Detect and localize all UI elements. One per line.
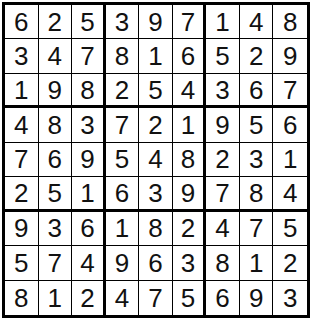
cell-r9c1[interactable]: 8 bbox=[5, 281, 39, 315]
cell-r9c6[interactable]: 5 bbox=[173, 281, 207, 315]
cell-r3c5[interactable]: 5 bbox=[139, 74, 173, 108]
cell-r3c1[interactable]: 1 bbox=[5, 74, 39, 108]
cell-r5c2[interactable]: 6 bbox=[39, 143, 73, 177]
cell-r3c6[interactable]: 4 bbox=[173, 74, 207, 108]
cell-r6c4[interactable]: 6 bbox=[106, 177, 140, 211]
cell-r5c1[interactable]: 7 bbox=[5, 143, 39, 177]
cell-r2c3[interactable]: 7 bbox=[72, 39, 106, 73]
cell-r9c3[interactable]: 2 bbox=[72, 281, 106, 315]
cell-r6c2[interactable]: 5 bbox=[39, 177, 73, 211]
sudoku-page: 6253971483478165291982543674837219567695… bbox=[0, 0, 312, 320]
cell-r1c5[interactable]: 9 bbox=[139, 5, 173, 39]
cell-r5c4[interactable]: 5 bbox=[106, 143, 140, 177]
cell-r4c5[interactable]: 2 bbox=[139, 108, 173, 142]
sudoku-board: 6253971483478165291982543674837219567695… bbox=[2, 2, 310, 318]
cell-r1c4[interactable]: 3 bbox=[106, 5, 140, 39]
cell-r8c8[interactable]: 1 bbox=[240, 246, 274, 280]
cell-r9c5[interactable]: 7 bbox=[139, 281, 173, 315]
cell-r2c4[interactable]: 8 bbox=[106, 39, 140, 73]
cell-r6c9[interactable]: 4 bbox=[273, 177, 307, 211]
cell-r9c8[interactable]: 9 bbox=[240, 281, 274, 315]
cell-r3c9[interactable]: 7 bbox=[273, 74, 307, 108]
cell-r4c7[interactable]: 9 bbox=[206, 108, 240, 142]
cell-r6c8[interactable]: 8 bbox=[240, 177, 274, 211]
cell-r7c3[interactable]: 6 bbox=[72, 212, 106, 246]
cell-r3c3[interactable]: 8 bbox=[72, 74, 106, 108]
cell-r5c8[interactable]: 3 bbox=[240, 143, 274, 177]
cell-r8c6[interactable]: 3 bbox=[173, 246, 207, 280]
cell-r1c9[interactable]: 8 bbox=[273, 5, 307, 39]
cell-r4c4[interactable]: 7 bbox=[106, 108, 140, 142]
cell-r6c3[interactable]: 1 bbox=[72, 177, 106, 211]
cell-r5c5[interactable]: 4 bbox=[139, 143, 173, 177]
cell-r7c2[interactable]: 3 bbox=[39, 212, 73, 246]
cell-r5c9[interactable]: 1 bbox=[273, 143, 307, 177]
cell-r4c9[interactable]: 6 bbox=[273, 108, 307, 142]
cell-r8c4[interactable]: 9 bbox=[106, 246, 140, 280]
cell-r8c2[interactable]: 7 bbox=[39, 246, 73, 280]
cell-r4c8[interactable]: 5 bbox=[240, 108, 274, 142]
cell-r6c5[interactable]: 3 bbox=[139, 177, 173, 211]
cell-r3c2[interactable]: 9 bbox=[39, 74, 73, 108]
cell-r8c9[interactable]: 2 bbox=[273, 246, 307, 280]
cell-r2c7[interactable]: 5 bbox=[206, 39, 240, 73]
cell-r8c5[interactable]: 6 bbox=[139, 246, 173, 280]
cell-r7c4[interactable]: 1 bbox=[106, 212, 140, 246]
cell-r4c1[interactable]: 4 bbox=[5, 108, 39, 142]
cell-r1c7[interactable]: 1 bbox=[206, 5, 240, 39]
cell-r3c8[interactable]: 6 bbox=[240, 74, 274, 108]
cell-r8c3[interactable]: 4 bbox=[72, 246, 106, 280]
cell-r5c3[interactable]: 9 bbox=[72, 143, 106, 177]
cell-r7c7[interactable]: 4 bbox=[206, 212, 240, 246]
cell-r1c2[interactable]: 2 bbox=[39, 5, 73, 39]
cell-r1c1[interactable]: 6 bbox=[5, 5, 39, 39]
cell-r8c1[interactable]: 5 bbox=[5, 246, 39, 280]
cell-r2c9[interactable]: 9 bbox=[273, 39, 307, 73]
cell-r1c6[interactable]: 7 bbox=[173, 5, 207, 39]
cell-r1c3[interactable]: 5 bbox=[72, 5, 106, 39]
cell-r6c7[interactable]: 7 bbox=[206, 177, 240, 211]
cell-r2c2[interactable]: 4 bbox=[39, 39, 73, 73]
cell-r1c8[interactable]: 4 bbox=[240, 5, 274, 39]
cell-r9c9[interactable]: 3 bbox=[273, 281, 307, 315]
cell-r8c7[interactable]: 8 bbox=[206, 246, 240, 280]
cell-r4c6[interactable]: 1 bbox=[173, 108, 207, 142]
cell-r7c1[interactable]: 9 bbox=[5, 212, 39, 246]
cell-r2c1[interactable]: 3 bbox=[5, 39, 39, 73]
cell-r2c6[interactable]: 6 bbox=[173, 39, 207, 73]
cell-r7c8[interactable]: 7 bbox=[240, 212, 274, 246]
cell-r7c9[interactable]: 5 bbox=[273, 212, 307, 246]
cell-r5c6[interactable]: 8 bbox=[173, 143, 207, 177]
cell-r6c1[interactable]: 2 bbox=[5, 177, 39, 211]
cell-r4c2[interactable]: 8 bbox=[39, 108, 73, 142]
cell-r7c5[interactable]: 8 bbox=[139, 212, 173, 246]
cell-r9c7[interactable]: 6 bbox=[206, 281, 240, 315]
cell-r9c2[interactable]: 1 bbox=[39, 281, 73, 315]
cell-r6c6[interactable]: 9 bbox=[173, 177, 207, 211]
cell-r4c3[interactable]: 3 bbox=[72, 108, 106, 142]
cell-r5c7[interactable]: 2 bbox=[206, 143, 240, 177]
cell-r2c5[interactable]: 1 bbox=[139, 39, 173, 73]
cell-r9c4[interactable]: 4 bbox=[106, 281, 140, 315]
cell-r3c4[interactable]: 2 bbox=[106, 74, 140, 108]
cell-r7c6[interactable]: 2 bbox=[173, 212, 207, 246]
cell-r3c7[interactable]: 3 bbox=[206, 74, 240, 108]
cell-r2c8[interactable]: 2 bbox=[240, 39, 274, 73]
